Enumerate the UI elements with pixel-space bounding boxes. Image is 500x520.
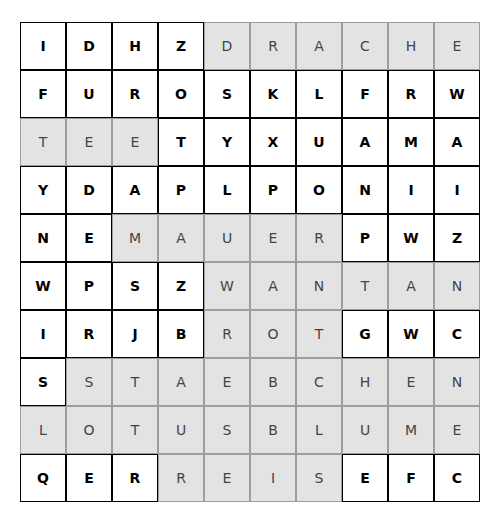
grid-cell[interactable]: Y	[204, 118, 250, 166]
grid-cell[interactable]: W	[20, 262, 66, 310]
grid-cell[interactable]: M	[388, 118, 434, 166]
grid-cell[interactable]: T	[112, 358, 158, 406]
grid-cell[interactable]: U	[296, 118, 342, 166]
grid-cell[interactable]: B	[250, 358, 296, 406]
grid-cell[interactable]: Z	[434, 214, 480, 262]
grid-cell[interactable]: I	[20, 310, 66, 358]
grid-cell[interactable]: P	[66, 262, 112, 310]
word-search-page: IDHZDRACHEFUROSKLFRWTEETYXUAMAYDAPLPONII…	[0, 0, 500, 520]
grid-cell[interactable]: A	[342, 118, 388, 166]
grid-cell[interactable]: A	[158, 214, 204, 262]
grid-cell[interactable]: A	[112, 166, 158, 214]
grid-cell[interactable]: W	[388, 214, 434, 262]
grid-cell[interactable]: G	[342, 310, 388, 358]
grid-cell[interactable]: F	[342, 70, 388, 118]
grid-cell[interactable]: E	[112, 118, 158, 166]
grid-cell[interactable]: S	[204, 406, 250, 454]
grid-cell[interactable]: P	[342, 214, 388, 262]
grid-cell[interactable]: W	[388, 310, 434, 358]
grid-cell[interactable]: E	[204, 358, 250, 406]
grid-cell[interactable]: P	[250, 166, 296, 214]
grid-cell[interactable]: T	[296, 310, 342, 358]
grid-cell[interactable]: A	[434, 118, 480, 166]
grid-cell[interactable]: U	[342, 406, 388, 454]
grid-cell[interactable]: Q	[20, 454, 66, 502]
grid-cell[interactable]: T	[20, 118, 66, 166]
grid-cell[interactable]: Z	[158, 262, 204, 310]
grid-cell[interactable]: F	[388, 454, 434, 502]
grid-cell[interactable]: R	[204, 310, 250, 358]
grid-cell[interactable]: U	[158, 406, 204, 454]
grid-cell[interactable]: N	[434, 358, 480, 406]
grid-cell[interactable]: S	[66, 358, 112, 406]
grid-cell[interactable]: D	[66, 22, 112, 70]
grid-cell[interactable]: E	[434, 22, 480, 70]
grid-cell[interactable]: Z	[158, 22, 204, 70]
grid-cell[interactable]: F	[20, 70, 66, 118]
grid-cell[interactable]: R	[112, 70, 158, 118]
grid-cell[interactable]: N	[342, 166, 388, 214]
grid-cell[interactable]: H	[388, 22, 434, 70]
grid-cell[interactable]: M	[388, 406, 434, 454]
grid-cell[interactable]: E	[342, 454, 388, 502]
grid-cell[interactable]: R	[250, 22, 296, 70]
grid-cell[interactable]: T	[158, 118, 204, 166]
grid-cell[interactable]: L	[296, 70, 342, 118]
grid-cell[interactable]: N	[296, 262, 342, 310]
grid-cell[interactable]: I	[20, 22, 66, 70]
grid-cell[interactable]: T	[112, 406, 158, 454]
grid-cell[interactable]: X	[250, 118, 296, 166]
grid-cell[interactable]: I	[434, 166, 480, 214]
grid-cell[interactable]: A	[296, 22, 342, 70]
grid-cell[interactable]: S	[296, 454, 342, 502]
grid-cell[interactable]: C	[342, 22, 388, 70]
grid-cell[interactable]: O	[158, 70, 204, 118]
grid-cell[interactable]: H	[342, 358, 388, 406]
grid-cell[interactable]: C	[434, 310, 480, 358]
grid-cell[interactable]: R	[158, 454, 204, 502]
grid-cell[interactable]: L	[296, 406, 342, 454]
grid-cell[interactable]: D	[204, 22, 250, 70]
grid-cell[interactable]: P	[158, 166, 204, 214]
grid-cell[interactable]: H	[112, 22, 158, 70]
grid-cell[interactable]: S	[112, 262, 158, 310]
grid-cell[interactable]: W	[204, 262, 250, 310]
grid-cell[interactable]: S	[204, 70, 250, 118]
grid-cell[interactable]: I	[388, 166, 434, 214]
grid-cell[interactable]: A	[158, 358, 204, 406]
grid-cell[interactable]: E	[66, 118, 112, 166]
grid-cell[interactable]: E	[434, 406, 480, 454]
grid-cell[interactable]: E	[204, 454, 250, 502]
grid-cell[interactable]: E	[66, 454, 112, 502]
grid-cell[interactable]: Y	[20, 166, 66, 214]
grid-cell[interactable]: O	[250, 310, 296, 358]
word-search-grid: IDHZDRACHEFUROSKLFRWTEETYXUAMAYDAPLPONII…	[20, 22, 480, 502]
grid-cell[interactable]: K	[250, 70, 296, 118]
grid-cell[interactable]: B	[158, 310, 204, 358]
grid-cell[interactable]: N	[434, 262, 480, 310]
grid-cell[interactable]: I	[250, 454, 296, 502]
grid-cell[interactable]: A	[388, 262, 434, 310]
grid-cell[interactable]: U	[66, 70, 112, 118]
grid-cell[interactable]: B	[250, 406, 296, 454]
grid-cell[interactable]: M	[112, 214, 158, 262]
grid-cell[interactable]: C	[434, 454, 480, 502]
grid-cell[interactable]: R	[388, 70, 434, 118]
grid-cell[interactable]: U	[204, 214, 250, 262]
grid-cell[interactable]: E	[66, 214, 112, 262]
grid-cell[interactable]: D	[66, 166, 112, 214]
grid-cell[interactable]: S	[20, 358, 66, 406]
grid-cell[interactable]: O	[66, 406, 112, 454]
grid-cell[interactable]: L	[20, 406, 66, 454]
grid-cell[interactable]: L	[204, 166, 250, 214]
grid-cell[interactable]: R	[296, 214, 342, 262]
grid-cell[interactable]: W	[434, 70, 480, 118]
grid-cell[interactable]: R	[66, 310, 112, 358]
grid-cell[interactable]: T	[342, 262, 388, 310]
grid-cell[interactable]: C	[296, 358, 342, 406]
grid-cell[interactable]: R	[112, 454, 158, 502]
grid-cell[interactable]: J	[112, 310, 158, 358]
grid-cell[interactable]: A	[250, 262, 296, 310]
grid-cell[interactable]: E	[250, 214, 296, 262]
grid-cell[interactable]: N	[20, 214, 66, 262]
grid-cell[interactable]: E	[388, 358, 434, 406]
grid-cell[interactable]: O	[296, 166, 342, 214]
